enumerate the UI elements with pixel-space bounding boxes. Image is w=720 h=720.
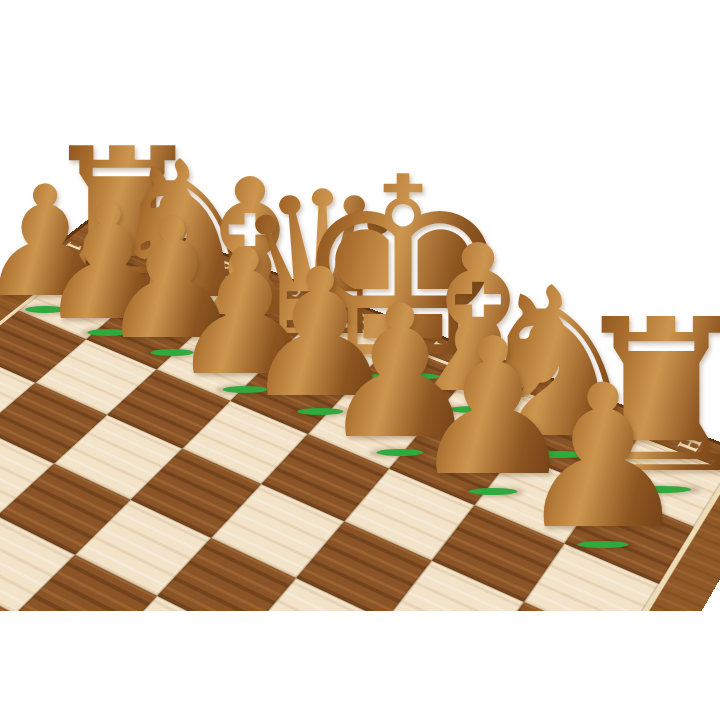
chess-set-product-photo: ABCDEFGH 12345678 ♜♟♞♝♟♛♟♚♟♝♟♟♞♜♟♟ — [0, 0, 720, 720]
piece-pawn-h2: ♟ — [539, 407, 667, 545]
pawn-glyph: ♟ — [514, 359, 692, 557]
photo-crop-white-band — [0, 611, 720, 720]
